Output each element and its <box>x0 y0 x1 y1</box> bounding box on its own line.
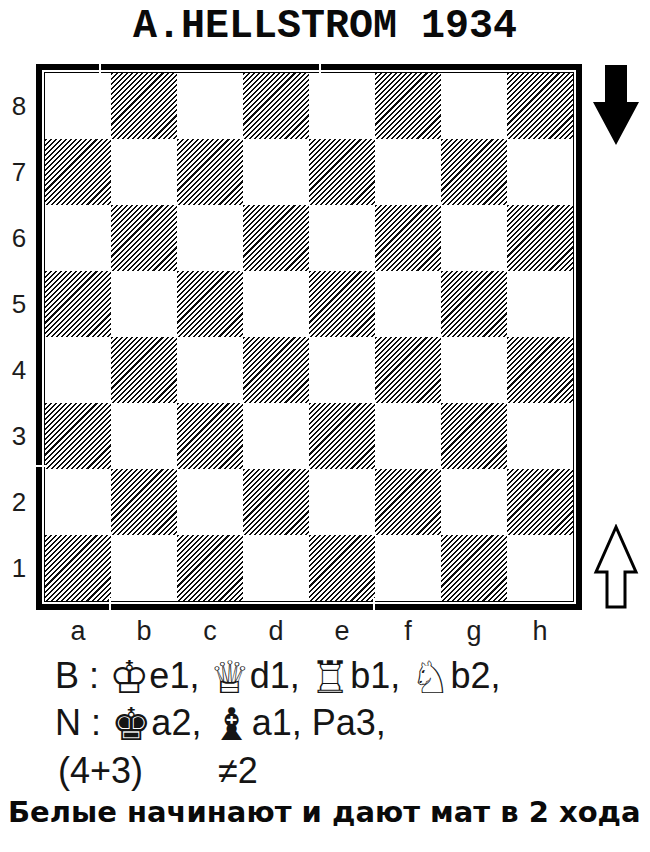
square-e2[interactable] <box>309 469 375 535</box>
white-rook-figurine-icon: ♖ <box>310 651 350 704</box>
square-b2[interactable] <box>111 469 177 535</box>
square-a5[interactable] <box>45 271 111 337</box>
black-pawn-square: Pa3, <box>312 702 386 743</box>
chess-problem-page: A.HELLSTROM 1934 87654321 abcdefgh B :♔e… <box>0 0 650 852</box>
square-g3[interactable] <box>441 403 507 469</box>
square-h6[interactable] <box>507 205 573 271</box>
square-e3[interactable] <box>309 403 375 469</box>
square-h5[interactable] <box>507 271 573 337</box>
black-bishop-figurine-icon: ♝ <box>211 698 251 751</box>
square-f8[interactable] <box>375 73 441 139</box>
square-c1[interactable] <box>177 535 243 601</box>
scan-artifact-line <box>109 598 111 610</box>
file-label-b: b <box>111 614 177 648</box>
file-label-a: a <box>45 614 111 648</box>
square-b7[interactable] <box>111 139 177 205</box>
board-squares <box>45 73 573 601</box>
square-c8[interactable] <box>177 73 243 139</box>
rank-label-3: 3 <box>2 403 36 469</box>
black-pieces-line: N :♚a2, ♝a1, Pa3, <box>55 701 386 747</box>
square-c2[interactable] <box>177 469 243 535</box>
chess-board <box>36 64 582 610</box>
square-b3[interactable] <box>111 403 177 469</box>
square-e7[interactable] <box>309 139 375 205</box>
square-a2[interactable] <box>45 469 111 535</box>
file-label-h: h <box>507 614 573 648</box>
white-rook-square: b1, <box>350 655 410 696</box>
square-f7[interactable] <box>375 139 441 205</box>
black-down-arrow-icon <box>592 64 640 150</box>
square-c3[interactable] <box>177 403 243 469</box>
square-g1[interactable] <box>441 535 507 601</box>
scan-artifact-line <box>319 63 321 73</box>
square-a4[interactable] <box>45 337 111 403</box>
square-b8[interactable] <box>111 73 177 139</box>
square-d6[interactable] <box>243 205 309 271</box>
square-e5[interactable] <box>309 271 375 337</box>
square-d7[interactable] <box>243 139 309 205</box>
rank-label-5: 5 <box>2 271 36 337</box>
square-f3[interactable] <box>375 403 441 469</box>
stipulation: ≠2 <box>218 750 258 791</box>
square-a8[interactable] <box>45 73 111 139</box>
square-b4[interactable] <box>111 337 177 403</box>
white-king-square: e1, <box>149 655 209 696</box>
square-h8[interactable] <box>507 73 573 139</box>
rank-label-6: 6 <box>2 205 36 271</box>
page-title: A.HELLSTROM 1934 <box>0 4 650 50</box>
square-f6[interactable] <box>375 205 441 271</box>
square-e6[interactable] <box>309 205 375 271</box>
rank-label-8: 8 <box>2 73 36 139</box>
material-count: (4+3) <box>58 750 143 791</box>
square-g6[interactable] <box>441 205 507 271</box>
white-king-figurine-icon: ♔ <box>109 651 149 704</box>
square-g5[interactable] <box>441 271 507 337</box>
square-g7[interactable] <box>441 139 507 205</box>
scan-artifact-line <box>35 465 46 467</box>
russian-caption: Белые начинают и дают мат в 2 хода <box>8 795 641 829</box>
square-b1[interactable] <box>111 535 177 601</box>
square-d8[interactable] <box>243 73 309 139</box>
file-labels: abcdefgh <box>45 614 573 648</box>
white-knight-figurine-icon: ♘ <box>410 651 450 704</box>
file-label-d: d <box>243 614 309 648</box>
file-label-f: f <box>375 614 441 648</box>
square-f1[interactable] <box>375 535 441 601</box>
square-c7[interactable] <box>177 139 243 205</box>
scan-artifact-line <box>99 63 101 73</box>
white-queen-square: d1, <box>250 655 310 696</box>
square-d2[interactable] <box>243 469 309 535</box>
white-label: B : <box>55 655 99 696</box>
white-knight-square: b2, <box>451 655 501 696</box>
square-g4[interactable] <box>441 337 507 403</box>
square-e1[interactable] <box>309 535 375 601</box>
square-h2[interactable] <box>507 469 573 535</box>
file-label-g: g <box>441 614 507 648</box>
square-h4[interactable] <box>507 337 573 403</box>
square-g8[interactable] <box>441 73 507 139</box>
rank-labels: 87654321 <box>2 73 36 601</box>
rank-label-7: 7 <box>2 139 36 205</box>
counts-line: (4+3)≠2 <box>58 749 258 793</box>
square-f4[interactable] <box>375 337 441 403</box>
white-queen-figurine-icon: ♕ <box>209 651 249 704</box>
black-label: N : <box>55 702 101 743</box>
square-g2[interactable] <box>441 469 507 535</box>
white-pieces-line: B :♔e1, ♕d1, ♖b1, ♘b2, <box>55 654 501 700</box>
square-e4[interactable] <box>309 337 375 403</box>
board-border <box>44 72 574 602</box>
black-king-square: a2, <box>151 702 211 743</box>
scan-artifact-line <box>373 598 375 610</box>
square-a3[interactable] <box>45 403 111 469</box>
square-d3[interactable] <box>243 403 309 469</box>
square-f2[interactable] <box>375 469 441 535</box>
square-f5[interactable] <box>375 271 441 337</box>
square-h7[interactable] <box>507 139 573 205</box>
square-b6[interactable] <box>111 205 177 271</box>
square-a6[interactable] <box>45 205 111 271</box>
square-c4[interactable] <box>177 337 243 403</box>
file-label-c: c <box>177 614 243 648</box>
square-c6[interactable] <box>177 205 243 271</box>
rank-label-1: 1 <box>2 535 36 601</box>
black-bishop-square: a1, <box>252 702 312 743</box>
white-up-arrow-icon <box>592 524 640 614</box>
file-label-e: e <box>309 614 375 648</box>
square-c5[interactable] <box>177 271 243 337</box>
square-a1[interactable] <box>45 535 111 601</box>
square-d5[interactable] <box>243 271 309 337</box>
square-e8[interactable] <box>309 73 375 139</box>
rank-label-2: 2 <box>2 469 36 535</box>
rank-label-4: 4 <box>2 337 36 403</box>
black-king-figurine-icon: ♚ <box>111 698 151 751</box>
square-d4[interactable] <box>243 337 309 403</box>
square-h1[interactable] <box>507 535 573 601</box>
square-h3[interactable] <box>507 403 573 469</box>
square-a7[interactable] <box>45 139 111 205</box>
square-b5[interactable] <box>111 271 177 337</box>
square-d1[interactable] <box>243 535 309 601</box>
